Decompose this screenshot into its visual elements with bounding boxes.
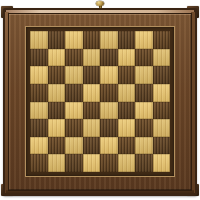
square-g1[interactable] xyxy=(135,154,153,172)
square-c6[interactable] xyxy=(65,66,83,84)
square-a3[interactable] xyxy=(30,119,48,137)
square-f4[interactable] xyxy=(118,102,136,120)
square-h3[interactable] xyxy=(153,119,171,137)
square-g4[interactable] xyxy=(135,102,153,120)
square-d8[interactable] xyxy=(83,31,101,49)
square-b1[interactable] xyxy=(48,154,66,172)
square-h4[interactable] xyxy=(153,102,171,120)
square-a5[interactable] xyxy=(30,84,48,102)
square-f7[interactable] xyxy=(118,49,136,67)
square-b4[interactable] xyxy=(48,102,66,120)
square-f8[interactable] xyxy=(118,31,136,49)
square-c7[interactable] xyxy=(65,49,83,67)
chess-board[interactable] xyxy=(30,31,170,172)
square-b8[interactable] xyxy=(48,31,66,49)
square-e7[interactable] xyxy=(100,49,118,67)
square-a4[interactable] xyxy=(30,102,48,120)
square-d7[interactable] xyxy=(83,49,101,67)
square-b3[interactable] xyxy=(48,119,66,137)
square-h8[interactable] xyxy=(153,31,171,49)
chess-board-photo xyxy=(0,0,200,200)
square-h5[interactable] xyxy=(153,84,171,102)
square-c1[interactable] xyxy=(65,154,83,172)
brass-knob-icon xyxy=(96,1,104,6)
square-e1[interactable] xyxy=(100,154,118,172)
square-g7[interactable] xyxy=(135,49,153,67)
square-g2[interactable] xyxy=(135,137,153,155)
square-c8[interactable] xyxy=(65,31,83,49)
square-e2[interactable] xyxy=(100,137,118,155)
square-d6[interactable] xyxy=(83,66,101,84)
square-d3[interactable] xyxy=(83,119,101,137)
square-g8[interactable] xyxy=(135,31,153,49)
square-g3[interactable] xyxy=(135,119,153,137)
square-h7[interactable] xyxy=(153,49,171,67)
square-d2[interactable] xyxy=(83,137,101,155)
square-e8[interactable] xyxy=(100,31,118,49)
square-g5[interactable] xyxy=(135,84,153,102)
square-e4[interactable] xyxy=(100,102,118,120)
square-b2[interactable] xyxy=(48,137,66,155)
square-e3[interactable] xyxy=(100,119,118,137)
square-c3[interactable] xyxy=(65,119,83,137)
square-c4[interactable] xyxy=(65,102,83,120)
square-a7[interactable] xyxy=(30,49,48,67)
square-f1[interactable] xyxy=(118,154,136,172)
square-a1[interactable] xyxy=(30,154,48,172)
square-h2[interactable] xyxy=(153,137,171,155)
square-c2[interactable] xyxy=(65,137,83,155)
square-h6[interactable] xyxy=(153,66,171,84)
square-b6[interactable] xyxy=(48,66,66,84)
board-well xyxy=(25,26,175,177)
square-a2[interactable] xyxy=(30,137,48,155)
square-c5[interactable] xyxy=(65,84,83,102)
square-e6[interactable] xyxy=(100,66,118,84)
board-frame xyxy=(3,8,197,196)
square-f2[interactable] xyxy=(118,137,136,155)
square-d4[interactable] xyxy=(83,102,101,120)
square-d5[interactable] xyxy=(83,84,101,102)
square-f5[interactable] xyxy=(118,84,136,102)
square-a6[interactable] xyxy=(30,66,48,84)
square-f3[interactable] xyxy=(118,119,136,137)
square-g6[interactable] xyxy=(135,66,153,84)
square-a8[interactable] xyxy=(30,31,48,49)
square-b5[interactable] xyxy=(48,84,66,102)
square-f6[interactable] xyxy=(118,66,136,84)
square-e5[interactable] xyxy=(100,84,118,102)
square-b7[interactable] xyxy=(48,49,66,67)
square-h1[interactable] xyxy=(153,154,171,172)
square-d1[interactable] xyxy=(83,154,101,172)
